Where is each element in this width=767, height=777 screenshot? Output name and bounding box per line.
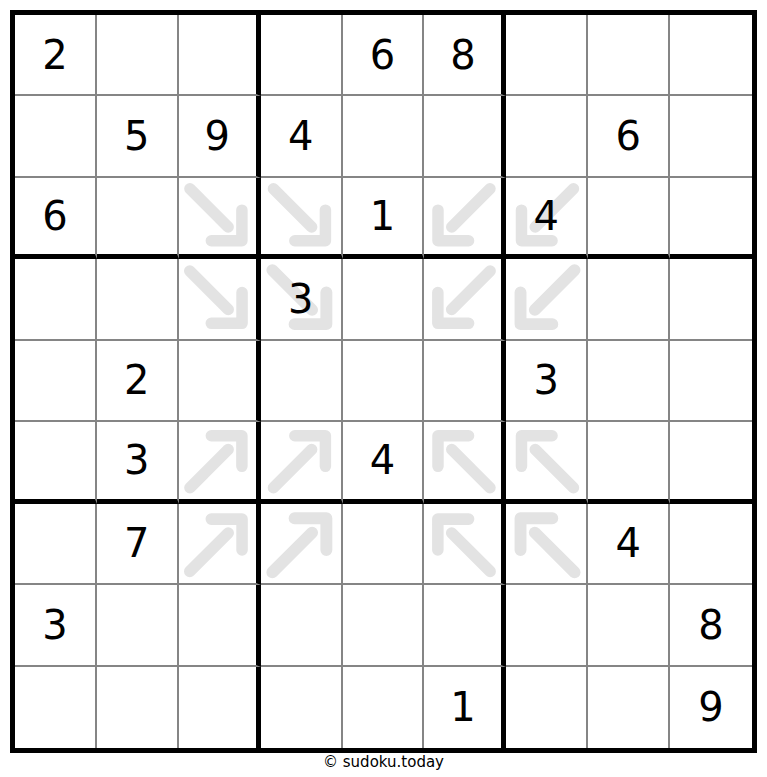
arrow-down-right-icon [179,178,256,254]
cell-r1c7[interactable] [506,15,588,96]
given-digit: 3 [288,279,313,319]
cell-r2c9[interactable] [670,96,752,177]
cell-r4c4[interactable]: 3 [261,259,343,340]
cell-r5c7[interactable]: 3 [506,341,588,422]
cell-r7c2[interactable]: 7 [97,504,179,585]
cell-r6c9[interactable] [670,422,752,503]
cell-r1c3[interactable] [179,15,261,96]
cell-r3c9[interactable] [670,178,752,259]
cell-r3c4[interactable] [261,178,343,259]
cell-r6c3[interactable] [179,422,261,503]
given-digit: 9 [698,687,723,727]
cell-r7c5[interactable] [343,504,425,585]
given-digit: 9 [204,116,229,156]
cell-r2c2[interactable]: 5 [97,96,179,177]
arrow-down-right-icon [261,178,341,254]
given-digit: 7 [124,523,149,563]
arrow-up-right-icon [179,422,255,499]
arrow-down-left-icon [423,261,502,338]
given-digit: 1 [370,196,395,236]
page: 268594661432334743819 © sudoku.today [0,0,767,777]
arrow-up-right-icon [177,505,256,582]
cell-r1c1[interactable]: 2 [15,15,97,96]
cell-r8c7[interactable] [506,585,588,666]
given-digit: 8 [450,35,475,75]
cell-r5c5[interactable] [343,341,425,422]
cell-r1c8[interactable] [588,15,670,96]
cell-r5c3[interactable] [179,341,261,422]
cell-r4c2[interactable] [97,259,179,340]
cell-r6c2[interactable]: 3 [97,422,179,503]
cell-r7c1[interactable] [15,504,97,585]
cell-r7c6[interactable] [424,504,506,585]
cell-r8c4[interactable] [261,585,343,666]
cell-r9c4[interactable] [261,667,343,748]
cell-r6c1[interactable] [15,422,97,503]
cell-r1c5[interactable]: 6 [343,15,425,96]
cell-r6c5[interactable]: 4 [343,422,425,503]
cell-r1c2[interactable] [97,15,179,96]
given-digit: 8 [698,605,723,645]
cell-r2c8[interactable]: 6 [588,96,670,177]
cell-r9c9[interactable]: 9 [670,667,752,748]
cell-r6c4[interactable] [261,422,343,503]
cell-r6c8[interactable] [588,422,670,503]
cell-r3c5[interactable]: 1 [343,178,425,259]
given-digit: 6 [370,35,395,75]
cell-r4c7[interactable] [506,259,588,340]
cell-r2c5[interactable] [343,96,425,177]
cell-r3c7[interactable]: 4 [506,178,588,259]
cell-r8c1[interactable]: 3 [15,585,97,666]
cell-r6c7[interactable] [506,422,588,503]
given-digit: 3 [534,360,559,400]
cell-r9c8[interactable] [588,667,670,748]
given-digit: 4 [615,523,640,563]
cell-r9c7[interactable] [506,667,588,748]
cell-r9c5[interactable] [343,667,425,748]
cell-r8c3[interactable] [179,585,261,666]
arrow-down-right-icon [179,259,256,338]
given-digit: 6 [42,196,67,236]
arrow-up-left-icon [506,422,586,498]
cell-r1c9[interactable] [670,15,752,96]
cell-r7c3[interactable] [179,504,261,585]
given-digit: 3 [124,440,149,480]
given-digit: 2 [42,35,67,75]
given-digit: 4 [370,440,395,480]
given-digit: 2 [124,360,149,400]
cell-r8c2[interactable] [97,585,179,666]
cell-r1c6[interactable]: 8 [424,15,506,96]
cell-r4c1[interactable] [15,259,97,340]
cell-r2c6[interactable] [424,96,506,177]
arrow-up-right-icon [262,420,338,500]
cell-r8c5[interactable] [343,585,425,666]
cell-r8c8[interactable] [588,585,670,666]
cell-r4c6[interactable] [424,259,506,340]
cell-r5c4[interactable] [261,341,343,422]
given-digit: 1 [450,687,475,727]
cell-r5c6[interactable] [424,341,506,422]
cell-r5c8[interactable] [588,341,670,422]
cell-r9c1[interactable] [15,667,97,748]
cell-r1c4[interactable] [261,15,343,96]
cell-r7c7[interactable] [506,504,588,585]
given-digit: 5 [124,116,149,156]
cell-r5c9[interactable] [670,341,752,422]
cell-r2c7[interactable] [506,96,588,177]
cell-r2c1[interactable] [15,96,97,177]
given-digit: 4 [288,116,313,156]
cell-r4c9[interactable] [670,259,752,340]
cell-r2c3[interactable]: 9 [179,96,261,177]
cell-r4c3[interactable] [179,259,261,340]
arrow-up-right-icon [261,503,340,583]
cell-r5c2[interactable]: 2 [97,341,179,422]
cell-r3c1[interactable]: 6 [15,178,97,259]
cell-r7c4[interactable] [261,504,343,585]
cell-r2c4[interactable]: 4 [261,96,343,177]
credit-text: © sudoku.today [10,753,757,771]
arrow-down-left-icon [507,259,586,339]
given-digit: 6 [615,116,640,156]
cell-r3c8[interactable] [588,178,670,259]
arrow-up-left-icon [424,422,501,498]
given-digit: 4 [534,196,559,236]
cell-r6c6[interactable] [424,422,506,503]
arrow-up-left-icon [424,504,501,583]
cell-r9c3[interactable] [179,667,261,748]
cell-r8c9[interactable]: 8 [670,585,752,666]
cell-r7c8[interactable]: 4 [588,504,670,585]
arrow-up-left-icon [506,504,586,583]
cell-r4c5[interactable] [343,259,425,340]
cell-r9c6[interactable]: 1 [424,667,506,748]
cell-r4c8[interactable] [588,259,670,340]
cell-r8c6[interactable] [424,585,506,666]
cell-r3c3[interactable] [179,178,261,259]
sudoku-board: 268594661432334743819 [10,10,757,753]
cell-r7c9[interactable] [670,504,752,585]
given-digit: 3 [42,605,67,645]
cell-r3c2[interactable] [97,178,179,259]
cell-r5c1[interactable] [15,341,97,422]
cell-r9c2[interactable] [97,667,179,748]
cell-r3c6[interactable] [424,178,506,259]
arrow-down-left-icon [425,178,501,255]
